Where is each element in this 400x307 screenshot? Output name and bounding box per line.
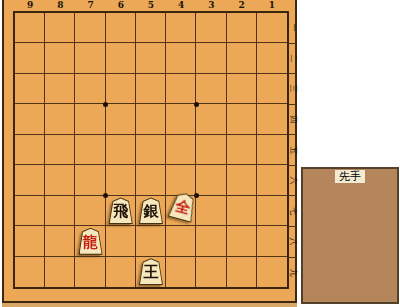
board-cell-3八[interactable] (196, 226, 226, 256)
board-cell-5五[interactable] (136, 135, 166, 165)
board-cell-2二[interactable] (227, 43, 257, 73)
board-cell-6八[interactable] (106, 226, 136, 256)
board-cell-3九[interactable] (196, 257, 226, 287)
board-cell-9五[interactable] (15, 135, 45, 165)
board-cell-8三[interactable] (45, 74, 75, 104)
star-point-icon (103, 102, 108, 107)
rank-label-4: 四 (289, 105, 296, 136)
rank-label-8: 八 (289, 227, 296, 258)
board-cell-5八[interactable] (136, 226, 166, 256)
piece-promoted-rook[interactable]: 龍 (79, 228, 103, 255)
board-cell-8二[interactable] (45, 43, 75, 73)
board-cell-1六[interactable] (257, 165, 287, 195)
board-cell-2七[interactable] (227, 196, 257, 226)
file-label-1: 1 (257, 0, 287, 10)
board-cell-2九[interactable] (227, 257, 257, 287)
board-cell-9三[interactable] (15, 74, 45, 104)
board-cell-2五[interactable] (227, 135, 257, 165)
board-cell-1七[interactable] (257, 196, 287, 226)
board-cell-6二[interactable] (106, 43, 136, 73)
board-cell-3二[interactable] (196, 43, 226, 73)
board-cell-4八[interactable] (166, 226, 196, 256)
board-cell-7五[interactable] (75, 135, 105, 165)
board-cell-7七[interactable] (75, 196, 105, 226)
board-cell-6九[interactable] (106, 257, 136, 287)
board-cell-5六[interactable] (136, 165, 166, 195)
rank-label-3: 三 (289, 74, 296, 105)
rank-label-5: 五 (289, 135, 296, 166)
board-grid[interactable] (13, 11, 289, 289)
board-cell-6六[interactable] (106, 165, 136, 195)
board-cell-3一[interactable] (196, 13, 226, 43)
board-cell-4五[interactable] (166, 135, 196, 165)
board-cell-1二[interactable] (257, 43, 287, 73)
board-cell-9七[interactable] (15, 196, 45, 226)
koma-glyph-silver: 銀 (144, 202, 159, 223)
board-cell-5一[interactable] (136, 13, 166, 43)
rank-label-9: 九 (289, 258, 296, 288)
star-point-icon (103, 193, 108, 198)
koma-glyph-promoted-rook: 龍 (83, 233, 98, 254)
board-cell-1九[interactable] (257, 257, 287, 287)
file-labels: 987654321 (15, 0, 287, 10)
star-point-icon (194, 102, 199, 107)
rank-labels: 一二三四五六七八九 (289, 13, 296, 287)
board-cell-2三[interactable] (227, 74, 257, 104)
board-cell-1一[interactable] (257, 13, 287, 43)
board-cell-9一[interactable] (15, 13, 45, 43)
rank-label-2: 二 (289, 44, 296, 75)
board-cell-9九[interactable] (15, 257, 45, 287)
file-label-9: 9 (15, 0, 45, 10)
board-cell-6一[interactable] (106, 13, 136, 43)
board-cell-4三[interactable] (166, 74, 196, 104)
board-cell-8四[interactable] (45, 104, 75, 134)
board-cell-3七[interactable] (196, 196, 226, 226)
board-cell-8五[interactable] (45, 135, 75, 165)
board-cell-6四[interactable] (106, 104, 136, 134)
board-cell-7六[interactable] (75, 165, 105, 195)
board-cell-1三[interactable] (257, 74, 287, 104)
file-label-2: 2 (227, 0, 257, 10)
shogi-app: 987654321 一二三四五六七八九 飛銀全龍王 先手 (0, 0, 400, 307)
board-cell-5三[interactable] (136, 74, 166, 104)
board-cell-2六[interactable] (227, 165, 257, 195)
board-cell-3四[interactable] (196, 104, 226, 134)
board-cell-3六[interactable] (196, 165, 226, 195)
board-cell-1四[interactable] (257, 104, 287, 134)
rank-label-6: 六 (289, 166, 296, 197)
board-cell-2八[interactable] (227, 226, 257, 256)
piece-king[interactable]: 王 (139, 258, 163, 285)
board-cell-9八[interactable] (15, 226, 45, 256)
board-bevel-edge (2, 303, 297, 307)
board-cell-1八[interactable] (257, 226, 287, 256)
file-label-6: 6 (106, 0, 136, 10)
board-cell-9四[interactable] (15, 104, 45, 134)
board-cell-4九[interactable] (166, 257, 196, 287)
board-cell-8六[interactable] (45, 165, 75, 195)
board-cell-7二[interactable] (75, 43, 105, 73)
board-cell-7三[interactable] (75, 74, 105, 104)
board-cell-8八[interactable] (45, 226, 75, 256)
board-cell-4一[interactable] (166, 13, 196, 43)
piece-rook[interactable]: 飛 (109, 197, 133, 224)
board-cell-9二[interactable] (15, 43, 45, 73)
board-cell-1五[interactable] (257, 135, 287, 165)
board-cell-5二[interactable] (136, 43, 166, 73)
board-cell-6三[interactable] (106, 74, 136, 104)
board-cell-7九[interactable] (75, 257, 105, 287)
board-cell-7四[interactable] (75, 104, 105, 134)
file-label-3: 3 (196, 0, 226, 10)
koma-glyph-rook: 飛 (113, 202, 128, 223)
sente-piece-stand[interactable]: 先手 (301, 167, 399, 304)
board-cell-4二[interactable] (166, 43, 196, 73)
file-label-5: 5 (136, 0, 166, 10)
board-cell-7一[interactable] (75, 13, 105, 43)
board-cell-9六[interactable] (15, 165, 45, 195)
rank-label-7: 七 (289, 196, 296, 227)
sente-label: 先手 (335, 170, 365, 183)
file-label-4: 4 (166, 0, 196, 10)
board-cell-3三[interactable] (196, 74, 226, 104)
board-cell-8七[interactable] (45, 196, 75, 226)
board-cell-2一[interactable] (227, 13, 257, 43)
file-label-8: 8 (45, 0, 75, 10)
board-cell-6五[interactable] (106, 135, 136, 165)
board-cell-3五[interactable] (196, 135, 226, 165)
piece-silver[interactable]: 銀 (139, 197, 163, 224)
board-cell-8一[interactable] (45, 13, 75, 43)
rank-label-1: 一 (289, 13, 296, 44)
board-cell-5四[interactable] (136, 104, 166, 134)
board-cell-4四[interactable] (166, 104, 196, 134)
file-label-7: 7 (75, 0, 105, 10)
board-cell-8九[interactable] (45, 257, 75, 287)
koma-glyph-king: 王 (144, 263, 159, 284)
board-cell-2四[interactable] (227, 104, 257, 134)
